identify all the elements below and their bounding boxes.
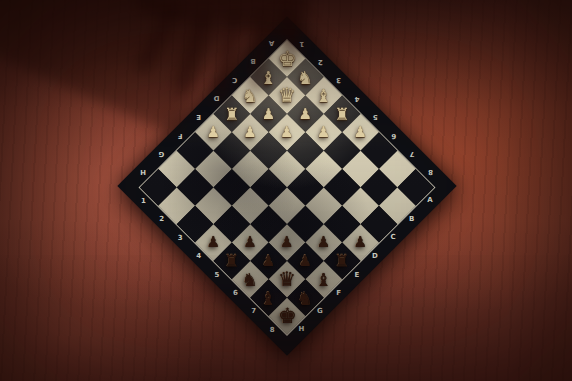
white-pawn-e1[interactable]: ♟ (207, 123, 220, 141)
rank-label-5: 5 (215, 271, 220, 278)
white-rook-d1[interactable]: ♜ (224, 104, 239, 124)
file-label-d: D (372, 253, 378, 260)
white-pawn-d2[interactable]: ♟ (243, 123, 256, 141)
file-label-f: F (336, 289, 341, 296)
rank-label-3: 3 (178, 234, 183, 241)
file-label-a: A (428, 197, 433, 204)
file-label-g: G (159, 149, 165, 156)
white-bishop-b1[interactable]: ♝ (261, 67, 277, 88)
black-pawn-g6[interactable]: ♟ (262, 252, 275, 270)
white-pawn-c2[interactable]: ♟ (262, 105, 275, 123)
finger-shadow (173, 4, 213, 94)
black-queen-g7[interactable]: ♛ (278, 267, 296, 291)
file-label-g: G (317, 308, 323, 315)
black-pawn-d8[interactable]: ♟ (354, 234, 367, 252)
file-label-c: C (233, 76, 238, 83)
white-knight-c1[interactable]: ♞ (242, 85, 258, 106)
rank-label-8: 8 (428, 168, 433, 175)
file-label-d: D (214, 94, 220, 101)
rank-label-2: 2 (318, 57, 323, 64)
black-bishop-h7[interactable]: ♝ (261, 287, 277, 308)
rank-label-5: 5 (373, 112, 378, 119)
white-knight-a2[interactable]: ♞ (297, 67, 313, 88)
white-king-a1[interactable]: ♚ (278, 47, 297, 71)
rank-label-7: 7 (251, 308, 256, 315)
white-bishop-a3[interactable]: ♝ (316, 85, 332, 106)
black-pawn-h4[interactable]: ♟ (207, 234, 220, 252)
rank-label-6: 6 (391, 131, 396, 138)
white-pawn-c3[interactable]: ♟ (280, 123, 293, 141)
file-label-f: F (178, 131, 183, 138)
white-pawn-a5[interactable]: ♟ (354, 123, 367, 141)
black-pawn-e7[interactable]: ♟ (317, 234, 330, 252)
board-grid: ♚♞♝♜♟♝♛♟♟♞♟♟♜♟♟♟♟♜♟♟♝♟♟♛♞♟♜♞♝♚ (140, 40, 434, 334)
rank-label-3: 3 (336, 76, 341, 83)
black-knight-g8[interactable]: ♞ (297, 287, 313, 308)
file-label-b: B (251, 57, 256, 64)
black-rook-e8[interactable]: ♜ (335, 251, 350, 271)
black-pawn-g5[interactable]: ♟ (243, 234, 256, 252)
file-label-e: E (355, 271, 360, 278)
file-label-c: C (391, 234, 396, 241)
white-pawn-b3[interactable]: ♟ (299, 105, 312, 123)
black-bishop-f8[interactable]: ♝ (316, 269, 332, 290)
rank-label-2: 2 (159, 216, 164, 223)
white-pawn-b4[interactable]: ♟ (317, 123, 330, 141)
play-area: ♚♞♝♜♟♝♛♟♟♞♟♟♜♟♟♟♟♜♟♟♝♟♟♛♞♟♜♞♝♚ (139, 39, 436, 336)
black-pawn-f7[interactable]: ♟ (299, 252, 312, 270)
rank-label-1: 1 (141, 197, 146, 204)
black-king-h8[interactable]: ♚ (278, 304, 297, 328)
chess-board: ABCDEFGH ABCDEFGH 12345678 12345678 ♚♞♝♜… (117, 16, 456, 355)
black-rook-h5[interactable]: ♜ (224, 251, 239, 271)
white-queen-b2[interactable]: ♛ (278, 83, 296, 107)
white-rook-a4[interactable]: ♜ (335, 104, 350, 124)
black-pawn-f6[interactable]: ♟ (280, 234, 293, 252)
file-label-h: H (299, 326, 305, 333)
rank-label-7: 7 (410, 149, 415, 156)
rank-label-4: 4 (196, 253, 201, 260)
file-label-e: E (196, 112, 201, 119)
rank-label-8: 8 (270, 326, 275, 333)
photo-scene: ABCDEFGH ABCDEFGH 12345678 12345678 ♚♞♝♜… (0, 0, 572, 381)
file-label-b: B (409, 216, 414, 223)
rank-label-4: 4 (355, 94, 360, 101)
black-knight-h6[interactable]: ♞ (242, 269, 258, 290)
file-label-h: H (141, 168, 147, 175)
file-label-a: A (269, 39, 274, 46)
rank-label-1: 1 (299, 39, 304, 46)
rank-label-6: 6 (233, 289, 238, 296)
finger-shadow (134, 0, 182, 74)
